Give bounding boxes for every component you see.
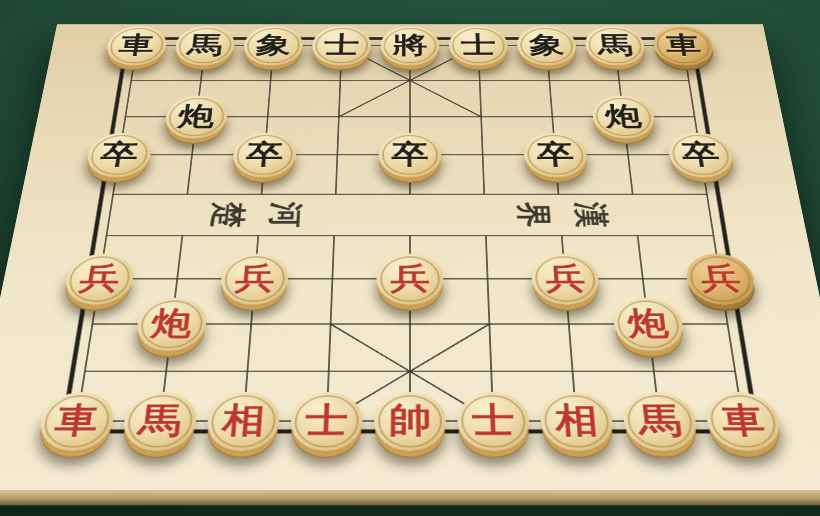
piece-red-cannon[interactable]: 炮: [134, 298, 209, 351]
piece-black-cannon[interactable]: 炮: [163, 96, 229, 139]
piece-black-soldier[interactable]: 卒: [523, 133, 589, 178]
board-point: [230, 98, 304, 135]
board-point: 卒: [662, 136, 741, 175]
board-point: [164, 63, 238, 99]
board-point: 兵: [371, 257, 449, 301]
piece-glyph: 士: [324, 33, 360, 57]
piece-glyph: 馬: [636, 403, 683, 438]
board-point: [302, 98, 375, 135]
board-point: 卒: [518, 136, 594, 175]
board-point: [86, 98, 163, 135]
piece-black-elephant[interactable]: 象: [516, 26, 578, 66]
board-point: [370, 301, 450, 347]
piece-glyph: 兵: [234, 263, 276, 293]
board-point: [93, 63, 168, 99]
piece-glyph: 兵: [698, 263, 743, 293]
board-point: [651, 63, 726, 99]
board-point: 卒: [80, 136, 159, 175]
piece-black-horse[interactable]: 馬: [584, 26, 648, 66]
board-point: [598, 215, 679, 257]
piece-red-elephant[interactable]: 相: [539, 392, 615, 451]
board-point: [290, 301, 371, 347]
board-point: [218, 215, 297, 257]
piece-glyph: 士: [305, 403, 349, 438]
board-point: [448, 257, 527, 301]
piece-glyph: 車: [53, 403, 101, 438]
board-point: [287, 347, 370, 395]
piece-glyph: 車: [719, 403, 767, 438]
piece-black-horse[interactable]: 馬: [173, 26, 237, 66]
board-point: 象: [511, 29, 582, 63]
piece-glyph: 象: [528, 33, 565, 57]
board-point: [513, 63, 586, 99]
board-point: 兵: [679, 257, 764, 301]
board-point: 卒: [373, 136, 446, 175]
piece-black-cannon[interactable]: 炮: [591, 96, 657, 139]
board-point: [449, 301, 530, 347]
board-point: 相: [533, 396, 620, 447]
piece-glyph: 車: [664, 33, 703, 57]
board-point: [444, 63, 515, 99]
board-point: [369, 347, 451, 395]
board-point: [65, 215, 148, 257]
board-point: 車: [698, 396, 789, 447]
piece-red-soldier[interactable]: 兵: [530, 254, 601, 305]
board-point: 士: [307, 29, 377, 63]
board-point: 車: [647, 29, 721, 63]
board-point: [153, 136, 230, 175]
board-point: [685, 301, 772, 347]
board-point: 帥: [368, 396, 452, 447]
piece-glyph: 士: [471, 403, 515, 438]
piece-red-soldier[interactable]: 兵: [376, 254, 444, 305]
piece-red-horse[interactable]: 馬: [120, 392, 199, 451]
board-point: [445, 98, 518, 135]
board-point: [448, 215, 526, 257]
piece-glyph: 卒: [391, 141, 428, 168]
piece-glyph: 象: [255, 33, 292, 57]
board-point: [141, 215, 222, 257]
board-point: 炮: [129, 301, 214, 347]
board-point: [222, 174, 299, 214]
piece-red-cannon[interactable]: 炮: [611, 298, 686, 351]
piece-glyph: 炮: [626, 308, 670, 340]
board-point: 兵: [57, 257, 142, 301]
board-point: 炮: [606, 301, 691, 347]
board-point: 車: [100, 29, 174, 63]
piece-glyph: 帥: [389, 403, 432, 438]
piece-glyph: 卒: [245, 141, 284, 168]
piece-glyph: 士: [460, 33, 496, 57]
board-point: [582, 63, 656, 99]
board-point: [667, 174, 748, 214]
board-point: [122, 347, 209, 395]
piece-glyph: 相: [221, 403, 266, 438]
piece-red-horse[interactable]: 馬: [621, 392, 700, 451]
board-point: 士: [284, 396, 369, 447]
board-point: 相: [199, 396, 286, 447]
board-point: [374, 98, 446, 135]
board-point: 士: [451, 396, 536, 447]
board-point: 象: [238, 29, 309, 63]
board-point: [673, 215, 756, 257]
piece-red-soldier[interactable]: 兵: [219, 254, 290, 305]
board-point: [135, 257, 218, 301]
piece-glyph: 卒: [536, 141, 575, 168]
board-point: [234, 63, 307, 99]
board-point: [375, 63, 445, 99]
board-point: [72, 174, 153, 214]
piece-red-chariot[interactable]: 車: [36, 392, 117, 451]
board-point: [520, 174, 597, 214]
board-point: 卒: [226, 136, 302, 175]
board-point: 車: [31, 396, 122, 447]
board-point: 馬: [579, 29, 651, 63]
piece-glyph: 炮: [177, 104, 216, 130]
piece-red-chariot[interactable]: 車: [703, 392, 784, 451]
board-point: [528, 301, 611, 347]
piece-glyph: 馬: [186, 33, 224, 57]
board-point: [304, 63, 375, 99]
piece-glyph: 卒: [680, 141, 721, 168]
board-point: [292, 257, 371, 301]
board-point: 馬: [115, 396, 204, 447]
piece-black-advisor[interactable]: 士: [448, 26, 508, 66]
xiangqi-board: 楚 河 界 漢 車馬象士將士象馬車炮炮卒卒卒卒卒兵兵兵兵兵炮炮車馬相士帥士相馬車: [0, 24, 820, 490]
piece-glyph: 炮: [604, 104, 643, 130]
board-point: [300, 136, 374, 175]
piece-glyph: 炮: [150, 308, 194, 340]
board-point: [209, 301, 292, 347]
piece-glyph: 卒: [99, 141, 140, 168]
piece-red-advisor[interactable]: 士: [457, 392, 531, 451]
board-point: [656, 98, 733, 135]
piece-black-chariot[interactable]: 車: [651, 26, 716, 66]
board-point: [40, 347, 129, 395]
piece-glyph: 馬: [137, 403, 184, 438]
board-point: [447, 174, 523, 214]
piece-red-general[interactable]: 帥: [374, 392, 447, 451]
board-point: [450, 347, 533, 395]
piece-black-soldier[interactable]: 卒: [231, 133, 297, 178]
piece-glyph: 兵: [390, 263, 430, 293]
board-point: [530, 347, 615, 395]
board-point: [594, 174, 673, 214]
piece-glyph: 車: [117, 33, 156, 57]
piece-red-elephant[interactable]: 相: [205, 392, 281, 451]
piece-glyph: 兵: [77, 263, 122, 293]
board-point: 炮: [158, 98, 234, 135]
board-point: 馬: [169, 29, 241, 63]
piece-black-soldier[interactable]: 卒: [666, 133, 736, 178]
board-point: 兵: [214, 257, 295, 301]
board-point: [49, 301, 136, 347]
piece-red-soldier[interactable]: 兵: [683, 254, 758, 305]
board-point: [516, 98, 590, 135]
board-point: [602, 257, 685, 301]
piece-black-chariot[interactable]: 車: [104, 26, 169, 66]
piece-black-general[interactable]: 將: [380, 26, 439, 66]
board-point: [295, 215, 373, 257]
board-point: 將: [376, 29, 445, 63]
board-point: [372, 215, 449, 257]
piece-black-elephant[interactable]: 象: [242, 26, 304, 66]
piece-glyph: 相: [554, 403, 599, 438]
piece-red-advisor[interactable]: 士: [289, 392, 363, 451]
board-point: [590, 136, 667, 175]
piece-black-soldier[interactable]: 卒: [378, 133, 441, 178]
piece-glyph: 將: [392, 33, 427, 57]
piece-red-soldier[interactable]: 兵: [62, 254, 137, 305]
board-point: 炮: [586, 98, 662, 135]
piece-glyph: 兵: [544, 263, 586, 293]
board-grid: 楚 河 界 漢 車馬象士將士象馬車炮炮卒卒卒卒卒兵兵兵兵兵炮炮車馬相士帥士相馬車: [31, 29, 790, 447]
board-point: 兵: [525, 257, 606, 301]
board-point: [297, 174, 373, 214]
board-point: 馬: [616, 396, 705, 447]
board-point: [446, 136, 520, 175]
board-point: [611, 347, 698, 395]
piece-glyph: 馬: [596, 33, 634, 57]
board-point: [204, 347, 289, 395]
piece-black-advisor[interactable]: 士: [311, 26, 371, 66]
board-point: [372, 174, 447, 214]
board-point: 士: [444, 29, 514, 63]
scene: 楚 河 界 漢 車馬象士將士象馬車炮炮卒卒卒卒卒兵兵兵兵兵炮炮車馬相士帥士相馬車: [0, 0, 820, 516]
board-point: [523, 215, 602, 257]
board-point: [147, 174, 226, 214]
piece-black-soldier[interactable]: 卒: [84, 133, 154, 178]
board-point: [691, 347, 780, 395]
